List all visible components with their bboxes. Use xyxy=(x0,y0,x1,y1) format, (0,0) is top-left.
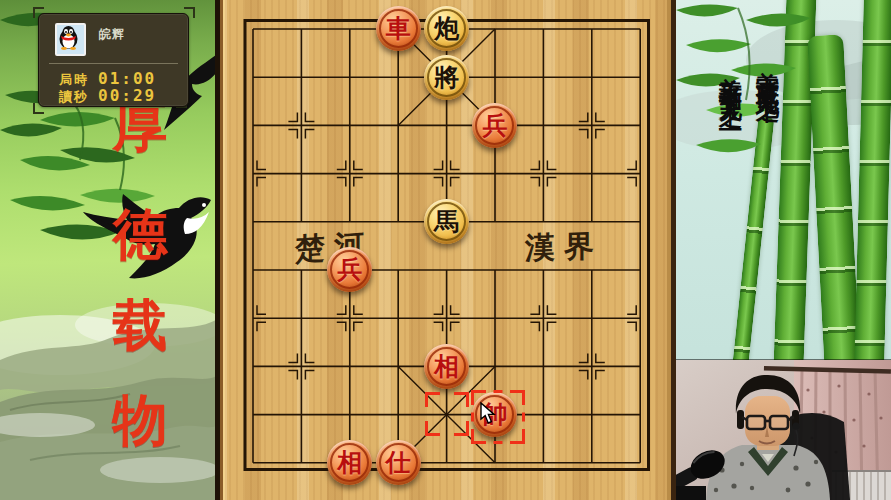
bamboo-leaves-icon xyxy=(676,0,826,180)
webcam-view xyxy=(676,360,891,500)
piece-black-horse[interactable]: 馬 xyxy=(424,199,469,244)
piece-red-advisor[interactable]: 仕 xyxy=(376,440,421,485)
stream-frame: 厚 德 载 物 xyxy=(0,0,891,500)
player-name: 皖辉 xyxy=(99,26,125,43)
xiangqi-board[interactable]: 楚河 漢界 車炮將兵馬兵相帥相仕 xyxy=(215,0,676,500)
piece-red-soldier[interactable]: 兵 xyxy=(327,247,372,292)
byoyomi-value: 00:29 xyxy=(98,86,156,105)
banner-char: 物 xyxy=(111,392,169,447)
piece-red-elephant[interactable]: 相 xyxy=(327,440,372,485)
qq-penguin-icon xyxy=(57,25,80,50)
pieces-grid: 車炮將兵馬兵相帥相仕 xyxy=(229,5,665,487)
avatar[interactable] xyxy=(55,23,86,56)
maxim-column-left: 善攻者动于九天之上 xyxy=(716,58,747,94)
piece-red-elephant[interactable]: 相 xyxy=(424,344,469,389)
panel-divider xyxy=(49,63,178,64)
piece-red-soldier[interactable]: 兵 xyxy=(472,103,517,148)
maxim-column-right: 善守者藏于九地之下 xyxy=(753,52,784,88)
piece-black-cannon[interactable]: 炮 xyxy=(424,6,469,51)
mouse-cursor-icon xyxy=(480,402,497,425)
player-panel: 皖辉 局時 01:00 讀秒 00:29 xyxy=(38,13,189,107)
last-move-from-marker xyxy=(425,392,469,436)
left-decor-panel: 厚 德 载 物 xyxy=(0,0,216,500)
banner-char: 载 xyxy=(111,297,169,352)
byoyomi-label: 讀秒 xyxy=(59,88,89,106)
banner-char: 德 xyxy=(111,206,169,261)
ink-mountains xyxy=(0,290,216,500)
piece-black-general[interactable]: 將 xyxy=(424,55,469,100)
piece-red-chariot[interactable]: 車 xyxy=(376,6,421,51)
streamer-video xyxy=(676,360,891,500)
right-decor-panel: 善守者藏于九地之下 善攻者动于九天之上 xyxy=(676,0,891,500)
